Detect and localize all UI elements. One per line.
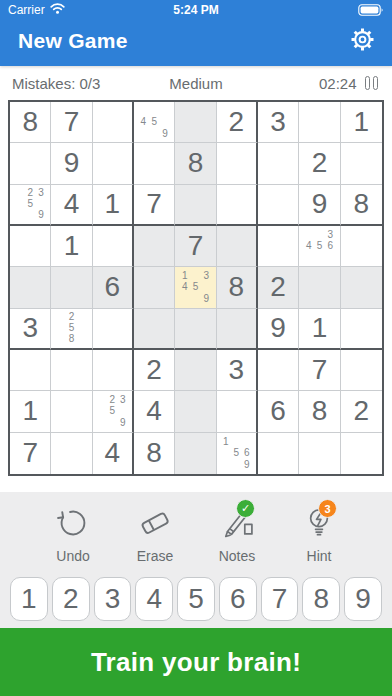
cell-digit: 8 (354, 190, 370, 218)
cell-r9c4[interactable]: 8 (134, 433, 175, 474)
cell-r9c8[interactable] (299, 433, 340, 474)
note-digit: 9 (201, 293, 212, 304)
cell-r7c1[interactable] (10, 350, 51, 391)
gear-icon (349, 26, 376, 57)
cell-notes: 13459 (175, 267, 215, 307)
note-digit: 5 (314, 240, 325, 251)
eraser-icon (135, 503, 175, 543)
hint-button[interactable]: 3 Hint (287, 503, 351, 564)
cell-r7c9[interactable] (341, 350, 382, 391)
cell-r5c2[interactable] (51, 267, 92, 308)
cell-r2c1[interactable] (10, 143, 51, 184)
cell-r5c1[interactable] (10, 267, 51, 308)
cell-r5c7[interactable]: 2 (258, 267, 299, 308)
cell-digit: 8 (229, 273, 245, 301)
hint-count-badge: 3 (318, 499, 337, 518)
cell-r1c5[interactable] (175, 102, 216, 143)
control-panel: Undo Erase (0, 492, 392, 632)
cell-digit: 7 (188, 232, 204, 260)
page-title: New Game (18, 29, 128, 53)
cell-r3c5[interactable] (175, 185, 216, 226)
numpad-button-8[interactable]: 8 (302, 577, 340, 621)
cell-notes: 2359 (93, 391, 132, 431)
cell-r4c5[interactable]: 7 (175, 226, 216, 267)
note-digit: 3 (325, 229, 336, 240)
cell-digit: 1 (105, 190, 121, 218)
cell-r6c8[interactable]: 1 (299, 309, 340, 350)
pause-button[interactable] (363, 74, 381, 92)
cell-r6c1[interactable]: 3 (10, 309, 51, 350)
cell-r4c8[interactable]: 3456 (299, 226, 340, 267)
top-bar: Carrier 5:24 PM New Game (0, 0, 392, 66)
cell-r2c7[interactable] (258, 143, 299, 184)
cell-r4c4[interactable] (134, 226, 175, 267)
cell-digit: 8 (146, 439, 162, 467)
cell-r2c3[interactable] (93, 143, 134, 184)
cell-r3c2[interactable]: 4 (51, 185, 92, 226)
cell-r1c3[interactable] (93, 102, 134, 143)
note-digit: 2 (66, 312, 77, 323)
cell-r8c5[interactable] (175, 391, 216, 432)
cell-r6c2[interactable]: 258 (51, 309, 92, 350)
cell-r4c6[interactable] (217, 226, 258, 267)
erase-button[interactable]: Erase (123, 503, 187, 564)
cell-r1c8[interactable] (299, 102, 340, 143)
cell-digit: 2 (146, 356, 162, 384)
cell-r2c6[interactable] (217, 143, 258, 184)
cell-r8c9[interactable]: 2 (341, 391, 382, 432)
undo-label: Undo (56, 548, 89, 564)
numpad-button-9[interactable]: 9 (344, 577, 382, 621)
cell-r6c4[interactable] (134, 309, 175, 350)
notes-label: Notes (219, 548, 256, 564)
battery-icon (358, 4, 384, 16)
numpad-button-3[interactable]: 3 (94, 577, 132, 621)
cell-r1c7[interactable]: 3 (258, 102, 299, 143)
notes-on-badge: ✓ (236, 499, 255, 518)
cell-digit: 7 (146, 190, 162, 218)
numpad-button-2[interactable]: 2 (52, 577, 90, 621)
note-digit: 5 (25, 199, 36, 210)
cell-r4c3[interactable] (93, 226, 134, 267)
numpad-button-7[interactable]: 7 (261, 577, 299, 621)
note-digit: 9 (160, 128, 171, 139)
note-digit: 5 (231, 447, 241, 459)
game-info-bar: Mistakes: 0/3 Medium 02:24 (0, 66, 392, 100)
cell-r7c5[interactable] (175, 350, 216, 391)
cell-r8c7[interactable]: 6 (258, 391, 299, 432)
cell-digit: 2 (312, 149, 328, 177)
promo-banner[interactable]: Train your brain! (0, 628, 392, 696)
cell-digit: 9 (270, 314, 286, 342)
cell-r6c9[interactable] (341, 309, 382, 350)
cell-digit: 8 (312, 397, 328, 425)
cell-digit: 4 (105, 439, 121, 467)
cell-r3c9[interactable]: 8 (341, 185, 382, 226)
cell-digit: 7 (64, 108, 80, 136)
cell-r7c4[interactable]: 2 (134, 350, 175, 391)
note-digit: 9 (36, 210, 47, 221)
numpad-button-6[interactable]: 6 (219, 577, 257, 621)
cell-digit: 2 (354, 397, 370, 425)
cell-notes: 258 (51, 309, 91, 348)
cell-r4c9[interactable] (341, 226, 382, 267)
cell-r2c9[interactable] (341, 143, 382, 184)
status-bar: Carrier 5:24 PM (0, 0, 392, 20)
cell-r9c5[interactable] (175, 433, 216, 474)
cell-r5c9[interactable] (341, 267, 382, 308)
cell-r9c6[interactable]: 1569 (217, 433, 258, 474)
cell-r4c7[interactable] (258, 226, 299, 267)
note-digit: 3 (36, 188, 47, 199)
numpad-button-5[interactable]: 5 (177, 577, 215, 621)
cell-r8c1[interactable]: 1 (10, 391, 51, 432)
cell-r3c7[interactable] (258, 185, 299, 226)
cell-r8c6[interactable] (217, 391, 258, 432)
erase-label: Erase (137, 548, 174, 564)
cell-digit: 3 (22, 314, 38, 342)
note-digit: 1 (221, 436, 231, 448)
note-digit: 6 (242, 447, 252, 459)
note-digit: 9 (242, 459, 252, 471)
cell-r1c1[interactable]: 8 (10, 102, 51, 143)
cell-r6c7[interactable]: 9 (258, 309, 299, 350)
cell-r3c1[interactable]: 2359 (10, 185, 51, 226)
sudoku-app: Carrier 5:24 PM New Game (0, 0, 392, 696)
cell-r9c3[interactable]: 4 (93, 433, 134, 474)
number-pad: 1 2 3 4 5 6 7 8 9 (0, 577, 392, 621)
cell-digit: 7 (22, 439, 38, 467)
notes-pencil-icon: ✓ (217, 503, 257, 543)
cell-digit: 1 (354, 108, 370, 136)
cell-r6c3[interactable] (93, 309, 134, 350)
cell-r1c4[interactable]: 459 (134, 102, 175, 143)
timer-value: 02:24 (319, 75, 357, 92)
note-digit: 4 (179, 282, 190, 293)
cell-r4c1[interactable] (10, 226, 51, 267)
cell-digit: 1 (64, 232, 80, 260)
cell-r7c7[interactable] (258, 350, 299, 391)
note-digit: 5 (107, 406, 117, 417)
hint-bulb-icon: 3 (299, 503, 339, 543)
cell-r5c3[interactable]: 6 (93, 267, 134, 308)
cell-r4c2[interactable]: 1 (51, 226, 92, 267)
cell-r2c2[interactable]: 9 (51, 143, 92, 184)
cell-notes: 1569 (217, 433, 256, 474)
note-digit: 2 (107, 394, 117, 405)
cell-digit: 4 (64, 190, 80, 218)
cell-r6c6[interactable] (217, 309, 258, 350)
cell-r9c9[interactable] (341, 433, 382, 474)
numpad-button-1[interactable]: 1 (10, 577, 48, 621)
cell-digit: 6 (105, 273, 121, 301)
cell-r5c6[interactable]: 8 (217, 267, 258, 308)
note-digit: 5 (190, 282, 201, 293)
hint-label: Hint (307, 548, 332, 564)
cell-r8c2[interactable] (51, 391, 92, 432)
cell-r7c2[interactable] (51, 350, 92, 391)
cell-r1c9[interactable]: 1 (341, 102, 382, 143)
cell-r3c3[interactable]: 1 (93, 185, 134, 226)
note-digit: 1 (179, 270, 190, 281)
app-header: New Game (0, 20, 392, 66)
cell-digit: 4 (146, 397, 162, 425)
note-digit: 4 (138, 116, 149, 127)
tool-row: Undo Erase (0, 503, 392, 564)
note-digit: 3 (201, 270, 212, 281)
cell-r7c6[interactable]: 3 (217, 350, 258, 391)
note-digit: 9 (118, 417, 128, 428)
cell-digit: 3 (270, 108, 286, 136)
cell-digit: 7 (312, 356, 328, 384)
note-digit: 3 (118, 394, 128, 405)
cell-r3c8[interactable]: 9 (299, 185, 340, 226)
cell-r7c3[interactable] (93, 350, 134, 391)
cell-r9c2[interactable] (51, 433, 92, 474)
cell-r2c4[interactable] (134, 143, 175, 184)
note-digit: 2 (25, 188, 36, 199)
cell-r8c3[interactable]: 2359 (93, 391, 134, 432)
cell-r5c4[interactable] (134, 267, 175, 308)
cell-digit: 9 (64, 149, 80, 177)
note-digit: 6 (325, 240, 336, 251)
settings-button[interactable] (348, 27, 376, 55)
notes-button[interactable]: ✓ Notes (205, 503, 269, 564)
cell-r5c5[interactable]: 13459 (175, 267, 216, 308)
cell-notes: 3456 (299, 226, 339, 266)
status-time: 5:24 PM (0, 3, 392, 17)
cell-digit: 2 (270, 273, 286, 301)
cell-r5c8[interactable] (299, 267, 340, 308)
sudoku-board: 8745923198223594179817345661345982325891… (8, 100, 384, 476)
cell-digit: 9 (312, 190, 328, 218)
banner-text: Train your brain! (91, 647, 301, 678)
cell-r8c4[interactable]: 4 (134, 391, 175, 432)
cell-r6c5[interactable] (175, 309, 216, 350)
cell-notes: 2359 (10, 185, 50, 224)
cell-digit: 1 (22, 397, 38, 425)
cell-digit: 1 (312, 314, 328, 342)
cell-digit: 6 (270, 397, 286, 425)
cell-r8c8[interactable]: 8 (299, 391, 340, 432)
cell-r9c1[interactable]: 7 (10, 433, 51, 474)
cell-digit: 2 (229, 108, 245, 136)
note-digit: 8 (66, 334, 77, 345)
undo-button[interactable]: Undo (41, 503, 105, 564)
cell-digit: 3 (229, 356, 245, 384)
cell-r7c8[interactable]: 7 (299, 350, 340, 391)
numpad-button-4[interactable]: 4 (135, 577, 173, 621)
note-digit: 5 (149, 116, 160, 127)
cell-r3c6[interactable] (217, 185, 258, 226)
cell-r2c8[interactable]: 2 (299, 143, 340, 184)
undo-icon (53, 503, 93, 543)
note-digit: 4 (303, 240, 314, 251)
cell-notes: 459 (134, 102, 174, 142)
cell-r9c7[interactable] (258, 433, 299, 474)
cell-r1c2[interactable]: 7 (51, 102, 92, 143)
cell-r1c6[interactable]: 2 (217, 102, 258, 143)
cell-r2c5[interactable]: 8 (175, 143, 216, 184)
cell-r3c4[interactable]: 7 (134, 185, 175, 226)
cell-digit: 8 (188, 149, 204, 177)
note-digit: 5 (66, 323, 77, 334)
cell-digit: 8 (22, 108, 38, 136)
